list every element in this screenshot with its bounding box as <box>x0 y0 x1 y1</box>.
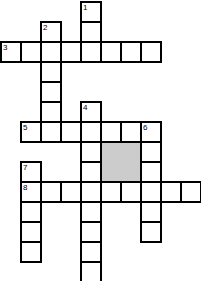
cell-r11-c1[interactable] <box>20 221 42 243</box>
cell-r12-c1[interactable] <box>20 241 42 263</box>
cell-r2-c1[interactable] <box>20 41 42 63</box>
cell-r6-c2[interactable] <box>40 121 62 143</box>
clue-number-5: 5 <box>23 123 27 132</box>
cell-r13-c4[interactable] <box>80 261 102 281</box>
clue-number-4: 4 <box>83 103 87 112</box>
cell-r6-c6[interactable] <box>120 121 142 143</box>
clue-number-2: 2 <box>43 23 47 32</box>
cell-r1-c4[interactable] <box>80 21 102 43</box>
cell-r2-c3[interactable] <box>60 41 82 63</box>
cell-r7-c7[interactable] <box>140 141 162 163</box>
cell-r6-c7[interactable]: 6 <box>140 121 162 143</box>
cell-r8-c7[interactable] <box>140 161 162 183</box>
cell-r9-c1[interactable]: 8 <box>20 181 42 203</box>
shaded-block <box>100 141 142 183</box>
cell-r9-c9[interactable] <box>180 181 201 203</box>
cell-r8-c1[interactable]: 7 <box>20 161 42 183</box>
cell-r6-c3[interactable] <box>60 121 82 143</box>
cell-r2-c6[interactable] <box>120 41 142 63</box>
cell-r2-c0[interactable]: 3 <box>0 41 22 63</box>
cell-r10-c1[interactable] <box>20 201 42 223</box>
cell-r11-c4[interactable] <box>80 221 102 243</box>
cell-r6-c5[interactable] <box>100 121 122 143</box>
cell-r9-c3[interactable] <box>60 181 82 203</box>
cell-r2-c4[interactable] <box>80 41 102 63</box>
cell-r2-c7[interactable] <box>140 41 162 63</box>
cell-r10-c7[interactable] <box>140 201 162 223</box>
cell-r5-c4[interactable]: 4 <box>80 101 102 123</box>
cell-r9-c4[interactable] <box>80 181 102 203</box>
cell-r2-c2[interactable] <box>40 41 62 63</box>
cell-r12-c4[interactable] <box>80 241 102 263</box>
cell-r0-c4[interactable]: 1 <box>80 1 102 23</box>
cell-r6-c4[interactable] <box>80 121 102 143</box>
cell-r7-c4[interactable] <box>80 141 102 163</box>
cell-r9-c2[interactable] <box>40 181 62 203</box>
clue-number-8: 8 <box>23 183 27 192</box>
cell-r9-c5[interactable] <box>100 181 122 203</box>
cell-r11-c7[interactable] <box>140 221 162 243</box>
cell-r1-c2[interactable]: 2 <box>40 21 62 43</box>
cell-r10-c4[interactable] <box>80 201 102 223</box>
cell-r4-c2[interactable] <box>40 81 62 103</box>
clue-number-1: 1 <box>83 3 87 12</box>
cell-r9-c8[interactable] <box>160 181 182 203</box>
cell-r3-c2[interactable] <box>40 61 62 83</box>
clue-number-3: 3 <box>3 43 7 52</box>
clue-number-6: 6 <box>143 123 147 132</box>
clue-number-7: 7 <box>23 163 27 172</box>
cell-r9-c7[interactable] <box>140 181 162 203</box>
crossword-puzzle: 12345678 <box>0 0 201 281</box>
cell-r8-c4[interactable] <box>80 161 102 183</box>
cell-r5-c2[interactable] <box>40 101 62 123</box>
cell-r6-c1[interactable]: 5 <box>20 121 42 143</box>
cell-r9-c6[interactable] <box>120 181 142 203</box>
cell-r2-c5[interactable] <box>100 41 122 63</box>
